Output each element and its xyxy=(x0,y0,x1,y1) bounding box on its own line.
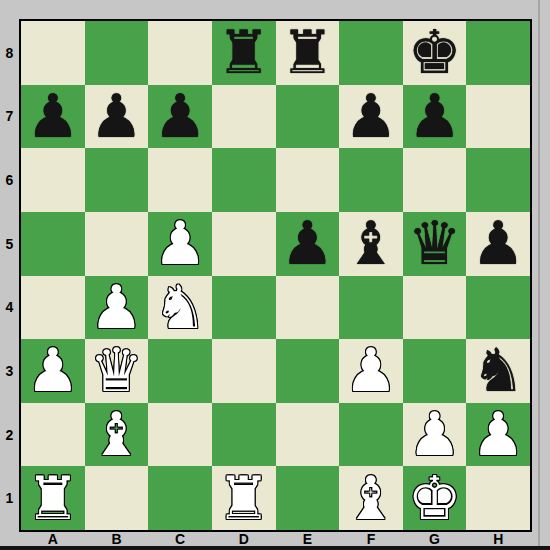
file-label-a: A xyxy=(21,530,85,547)
rank-labels: 87654321 xyxy=(0,21,19,530)
square-f6[interactable] xyxy=(339,148,403,212)
square-e8[interactable]: ♜ xyxy=(276,21,340,85)
square-c1[interactable] xyxy=(148,466,212,530)
square-h6[interactable] xyxy=(466,148,530,212)
square-b4[interactable]: ♟ xyxy=(85,276,149,340)
square-g1[interactable]: ♚ xyxy=(403,466,467,530)
black-rook-e8[interactable]: ♜ xyxy=(280,21,334,84)
square-f5[interactable]: ♝ xyxy=(339,212,403,276)
black-pawn-c7[interactable]: ♟ xyxy=(153,85,207,148)
square-h7[interactable] xyxy=(466,85,530,149)
square-e3[interactable] xyxy=(276,339,340,403)
black-pawn-b7[interactable]: ♟ xyxy=(90,85,144,148)
square-h8[interactable] xyxy=(466,21,530,85)
rank-label-3: 3 xyxy=(0,339,19,403)
square-g3[interactable] xyxy=(403,339,467,403)
square-e7[interactable] xyxy=(276,85,340,149)
square-a5[interactable] xyxy=(21,212,85,276)
black-rook-d8[interactable]: ♜ xyxy=(217,21,271,84)
square-g2[interactable]: ♟ xyxy=(403,403,467,467)
square-f2[interactable] xyxy=(339,403,403,467)
square-b7[interactable]: ♟ xyxy=(85,85,149,149)
square-c4[interactable]: ♞ xyxy=(148,276,212,340)
square-f1[interactable]: ♝ xyxy=(339,466,403,530)
square-d8[interactable]: ♜ xyxy=(212,21,276,85)
square-a2[interactable] xyxy=(21,403,85,467)
square-c3[interactable] xyxy=(148,339,212,403)
square-h1[interactable] xyxy=(466,466,530,530)
square-d4[interactable] xyxy=(212,276,276,340)
square-d1[interactable]: ♜ xyxy=(212,466,276,530)
chess-diagram: 87654321 ♜♜♚♟♟♟♟♟♟♟♝♛♟♟♞♟♛♟♞♝♟♟♜♜♝♚ ABCD… xyxy=(0,0,550,550)
square-g8[interactable]: ♚ xyxy=(403,21,467,85)
black-knight-h3[interactable]: ♞ xyxy=(471,339,525,402)
square-e5[interactable]: ♟ xyxy=(276,212,340,276)
white-pawn-a3[interactable]: ♟ xyxy=(26,339,80,402)
square-a4[interactable] xyxy=(21,276,85,340)
square-h2[interactable]: ♟ xyxy=(466,403,530,467)
square-b6[interactable] xyxy=(85,148,149,212)
file-label-g: G xyxy=(403,530,467,547)
square-f3[interactable]: ♟ xyxy=(339,339,403,403)
white-rook-d1[interactable]: ♜ xyxy=(217,467,271,530)
frame-bottom-edge xyxy=(0,546,550,550)
black-pawn-e5[interactable]: ♟ xyxy=(280,212,334,275)
square-e4[interactable] xyxy=(276,276,340,340)
square-d5[interactable] xyxy=(212,212,276,276)
frame-right-seam xyxy=(538,0,540,547)
white-queen-b3[interactable]: ♛ xyxy=(90,339,144,402)
white-bishop-f1[interactable]: ♝ xyxy=(344,467,398,530)
square-a3[interactable]: ♟ xyxy=(21,339,85,403)
file-label-e: E xyxy=(276,530,340,547)
file-label-b: B xyxy=(85,530,149,547)
square-b5[interactable] xyxy=(85,212,149,276)
black-king-g8[interactable]: ♚ xyxy=(408,21,462,84)
black-pawn-f7[interactable]: ♟ xyxy=(344,85,398,148)
square-c5[interactable]: ♟ xyxy=(148,212,212,276)
square-a8[interactable] xyxy=(21,21,85,85)
square-d6[interactable] xyxy=(212,148,276,212)
black-pawn-a7[interactable]: ♟ xyxy=(26,85,80,148)
square-g4[interactable] xyxy=(403,276,467,340)
square-e2[interactable] xyxy=(276,403,340,467)
file-label-f: F xyxy=(339,530,403,547)
file-label-h: H xyxy=(466,530,530,547)
square-g6[interactable] xyxy=(403,148,467,212)
square-f8[interactable] xyxy=(339,21,403,85)
file-label-c: C xyxy=(148,530,212,547)
square-c8[interactable] xyxy=(148,21,212,85)
square-b3[interactable]: ♛ xyxy=(85,339,149,403)
black-queen-g5[interactable]: ♛ xyxy=(408,212,462,275)
square-g7[interactable]: ♟ xyxy=(403,85,467,149)
rank-label-4: 4 xyxy=(0,276,19,340)
square-d2[interactable] xyxy=(212,403,276,467)
square-b2[interactable]: ♝ xyxy=(85,403,149,467)
white-rook-a1[interactable]: ♜ xyxy=(26,467,80,530)
white-pawn-b4[interactable]: ♟ xyxy=(90,276,144,339)
file-label-d: D xyxy=(212,530,276,547)
square-b8[interactable] xyxy=(85,21,149,85)
square-b1[interactable] xyxy=(85,466,149,530)
white-pawn-f3[interactable]: ♟ xyxy=(344,339,398,402)
white-king-g1[interactable]: ♚ xyxy=(408,467,462,530)
black-bishop-f5[interactable]: ♝ xyxy=(344,212,398,275)
square-f7[interactable]: ♟ xyxy=(339,85,403,149)
square-h4[interactable] xyxy=(466,276,530,340)
chess-board: ♜♜♚♟♟♟♟♟♟♟♝♛♟♟♞♟♛♟♞♝♟♟♜♜♝♚ xyxy=(19,19,532,532)
white-pawn-g2[interactable]: ♟ xyxy=(408,403,462,466)
square-c6[interactable] xyxy=(148,148,212,212)
square-d7[interactable] xyxy=(212,85,276,149)
square-e6[interactable] xyxy=(276,148,340,212)
square-e1[interactable] xyxy=(276,466,340,530)
square-d3[interactable] xyxy=(212,339,276,403)
rank-label-8: 8 xyxy=(0,21,19,85)
square-a6[interactable] xyxy=(21,148,85,212)
square-g5[interactable]: ♛ xyxy=(403,212,467,276)
rank-label-6: 6 xyxy=(0,148,19,212)
square-h5[interactable]: ♟ xyxy=(466,212,530,276)
square-a1[interactable]: ♜ xyxy=(21,466,85,530)
rank-label-7: 7 xyxy=(0,85,19,149)
white-bishop-b2[interactable]: ♝ xyxy=(90,403,144,466)
white-knight-c4[interactable]: ♞ xyxy=(153,276,207,339)
square-a7[interactable]: ♟ xyxy=(21,85,85,149)
square-f4[interactable] xyxy=(339,276,403,340)
rank-label-2: 2 xyxy=(0,403,19,467)
square-c2[interactable] xyxy=(148,403,212,467)
file-labels: ABCDEFGH xyxy=(21,530,530,547)
rank-label-1: 1 xyxy=(0,466,19,530)
square-h3[interactable]: ♞ xyxy=(466,339,530,403)
white-pawn-h2[interactable]: ♟ xyxy=(471,403,525,466)
black-pawn-g7[interactable]: ♟ xyxy=(408,85,462,148)
square-c7[interactable]: ♟ xyxy=(148,85,212,149)
black-pawn-h5[interactable]: ♟ xyxy=(471,212,525,275)
rank-label-5: 5 xyxy=(0,212,19,276)
white-pawn-c5[interactable]: ♟ xyxy=(153,212,207,275)
